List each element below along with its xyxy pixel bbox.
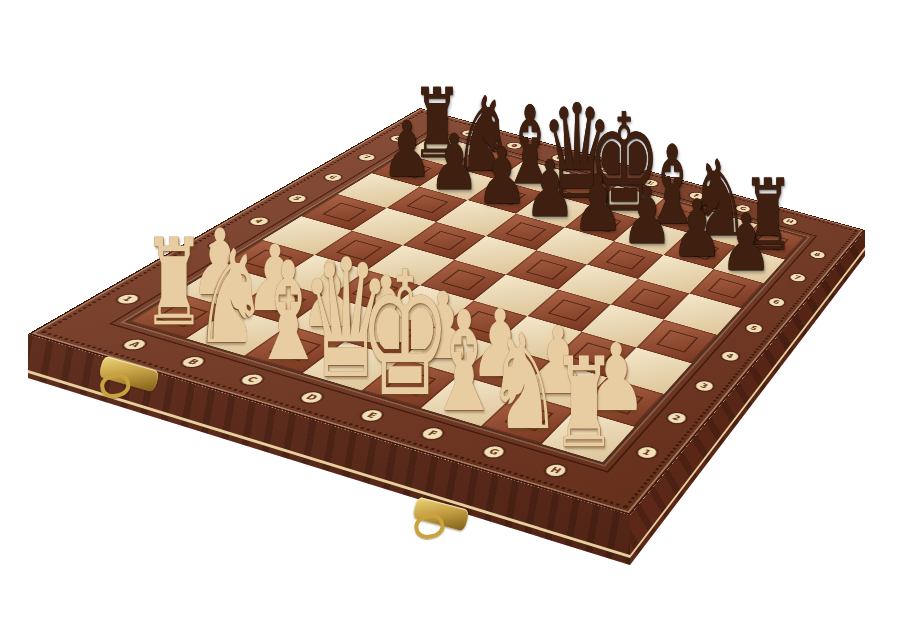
clasp-hook-icon: [412, 511, 447, 541]
burned-square-motif: [322, 203, 366, 222]
rook-glyph: ♜: [551, 340, 615, 464]
pawn-glyph: ♟: [720, 204, 772, 283]
burned-square-motif: [630, 288, 671, 309]
piece-black-pawn[interactable]: ♟: [711, 204, 782, 283]
square-g5[interactable]: [611, 279, 690, 320]
square-f5[interactable]: [558, 265, 638, 305]
square-e5[interactable]: [506, 250, 587, 289]
burned-square-motif: [526, 259, 568, 279]
piece-white-rook[interactable]: ♜: [528, 340, 639, 464]
clasp-hook-icon: [98, 371, 132, 401]
square-h5[interactable]: [664, 293, 741, 334]
burned-square-motif: [656, 330, 698, 353]
brass-clasp-icon: [412, 496, 470, 531]
product-photo-stage: AABBCCDDEEFFGGHH8877665544332211 ♜♞♝♛♚♝♞…: [0, 0, 900, 627]
